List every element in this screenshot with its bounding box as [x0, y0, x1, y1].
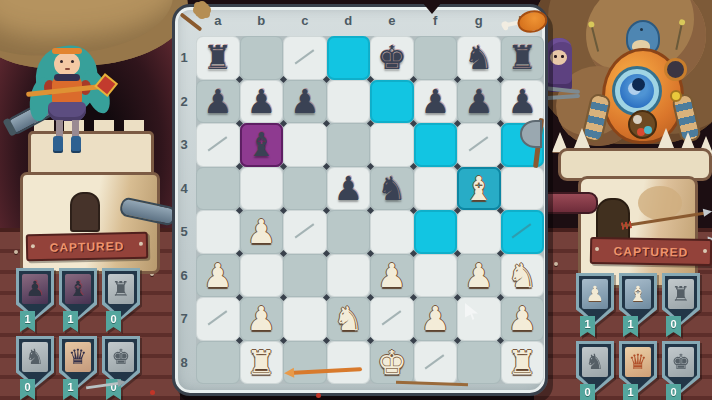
row-labels: 12345678: [175, 36, 193, 384]
square-a6[interactable]: ♟: [196, 254, 240, 298]
square-g5[interactable]: [457, 210, 501, 254]
square-c7[interactable]: [283, 297, 327, 341]
robot-porthole: [664, 58, 687, 81]
debris-dot: [316, 393, 321, 398]
captured-title: CAPTURED: [50, 239, 125, 255]
captured-banner: CAPTURED: [26, 232, 149, 262]
piece-light-knight[interactable]: ♞: [327, 297, 371, 341]
square-a4[interactable]: [196, 167, 240, 211]
square-a1[interactable]: ♜: [196, 36, 240, 80]
square-h7[interactable]: ♟: [501, 297, 545, 341]
square-f5[interactable]: [414, 210, 458, 254]
square-f4[interactable]: [414, 167, 458, 211]
square-f3[interactable]: [414, 123, 458, 167]
square-d2[interactable]: [327, 80, 371, 124]
col-label-e: e: [370, 13, 414, 28]
row-label-2: 2: [175, 80, 193, 124]
square-b1[interactable]: [240, 36, 284, 80]
square-e4[interactable]: ♞: [370, 167, 414, 211]
square-g8[interactable]: [457, 341, 501, 385]
square-c1[interactable]: [283, 36, 327, 80]
square-a3[interactable]: [196, 123, 240, 167]
square-c5[interactable]: [283, 210, 327, 254]
piece-light-pawn[interactable]: ♟: [414, 297, 458, 341]
left-player-queen-character: [22, 26, 126, 142]
square-h8[interactable]: ♜: [501, 341, 545, 385]
piece-dark-pawn[interactable]: ♟: [327, 167, 371, 211]
square-g3[interactable]: [457, 123, 501, 167]
count-badge: 1: [20, 311, 35, 332]
square-g6[interactable]: ♟: [457, 254, 501, 298]
peeking-creature: [546, 38, 572, 92]
axe-icon: [520, 116, 554, 172]
square-h5[interactable]: [501, 210, 545, 254]
col-label-d: d: [327, 13, 371, 28]
tower-window: [596, 198, 630, 242]
bishop-portrait: ♝: [625, 279, 651, 309]
queen-boot: [53, 136, 63, 151]
queen-skirt: [48, 102, 86, 121]
square-e3[interactable]: [370, 123, 414, 167]
square-d8[interactable]: [327, 341, 371, 385]
piece-dark-pawn[interactable]: ♟: [196, 80, 240, 124]
col-label-b: b: [240, 13, 284, 28]
piece-dark-pawn[interactable]: ♟: [240, 80, 284, 124]
square-d6[interactable]: [327, 254, 371, 298]
antenna-icon: [675, 24, 682, 50]
row-label-6: 6: [175, 254, 193, 298]
square-f7[interactable]: ♟: [414, 297, 458, 341]
square-e7[interactable]: [370, 297, 414, 341]
row-label-8: 8: [175, 341, 193, 385]
rook-portrait: ♜: [108, 274, 134, 304]
piece-dark-bishop[interactable]: ♝: [240, 123, 284, 167]
captured-card-king: ♚0: [662, 341, 700, 393]
tower-spike: [574, 128, 590, 148]
queen-portrait: ♛: [625, 347, 651, 377]
captured-card-bishop: ♝1: [619, 273, 657, 325]
square-f8[interactable]: [414, 341, 458, 385]
piece-dark-knight[interactable]: ♞: [370, 167, 414, 211]
square-f6[interactable]: [414, 254, 458, 298]
square-e6[interactable]: ♟: [370, 254, 414, 298]
debris-dot: [150, 390, 155, 395]
tower-patch: [638, 186, 682, 220]
row-label-5: 5: [175, 210, 193, 254]
square-d5[interactable]: [327, 210, 371, 254]
pawn-portrait: ♟: [22, 274, 48, 304]
captured-card-bishop: ♝1: [59, 268, 97, 320]
knight-portrait: ♞: [22, 342, 48, 372]
piece-dark-rook[interactable]: ♜: [196, 36, 240, 80]
column-labels: abcdefgh: [196, 13, 544, 28]
piece-light-pawn[interactable]: ♟: [457, 254, 501, 298]
queen-face: [54, 52, 80, 76]
col-label-c: c: [283, 13, 327, 28]
piece-dark-king[interactable]: ♚: [370, 36, 414, 80]
piece-dark-pawn[interactable]: ♟: [414, 80, 458, 124]
count-badge: 0: [666, 316, 681, 337]
square-d1[interactable]: [327, 36, 371, 80]
col-label-f: f: [414, 13, 458, 28]
square-c2[interactable]: ♟: [283, 80, 327, 124]
captured-panel-right: CAPTURED ♟1♝1♜0♞0♛1♚0: [570, 238, 712, 393]
square-b3[interactable]: ♝: [240, 123, 284, 167]
count-badge: 0: [106, 311, 121, 332]
square-a5[interactable]: [196, 210, 240, 254]
queen-boot: [71, 136, 81, 151]
king-portrait: ♚: [108, 342, 134, 372]
captured-banner: CAPTURED: [590, 237, 712, 266]
captured-card-knight: ♞0: [576, 341, 614, 393]
square-d7[interactable]: ♞: [327, 297, 371, 341]
captured-card-knight: ♞0: [16, 336, 54, 388]
game-scene: abcdefgh 12345678 ♜♚♞♜♟♟♟♟♟♟♝♟♞♝♟♟♟♟♞♟♞♟…: [0, 0, 712, 400]
square-g2[interactable]: ♟: [457, 80, 501, 124]
square-b6[interactable]: [240, 254, 284, 298]
square-b2[interactable]: ♟: [240, 80, 284, 124]
count-badge: 0: [666, 384, 681, 400]
square-h6[interactable]: ♞: [501, 254, 545, 298]
square-e8[interactable]: ♚: [370, 341, 414, 385]
antenna-icon: [591, 26, 599, 52]
count-badge: 1: [580, 316, 595, 337]
queen-portrait: ♛: [65, 342, 91, 372]
captured-cards-right: ♟1♝1♜0♞0♛1♚0: [576, 273, 712, 393]
captured-cards-left: ♟1♝1♜0♞0♛1♚0: [16, 268, 162, 388]
captured-card-pawn: ♟1: [576, 273, 614, 325]
square-c4[interactable]: [283, 167, 327, 211]
square-a2[interactable]: ♟: [196, 80, 240, 124]
count-badge: 1: [63, 311, 78, 332]
count-badge: 1: [623, 316, 638, 337]
piece-light-bishop[interactable]: ♝: [457, 167, 501, 211]
square-h4[interactable]: [501, 167, 545, 211]
square-e1[interactable]: ♚: [370, 36, 414, 80]
robot-light: [670, 90, 682, 102]
board-gridwrap: ♜♚♞♜♟♟♟♟♟♟♝♟♞♝♟♟♟♟♞♟♞♟♟♜♚♜: [196, 36, 544, 384]
square-a7[interactable]: [196, 297, 240, 341]
square-g4[interactable]: ♝: [457, 167, 501, 211]
piece-light-rook[interactable]: ♜: [240, 341, 284, 385]
square-f2[interactable]: ♟: [414, 80, 458, 124]
king-portrait: ♚: [668, 347, 694, 377]
square-c3[interactable]: [283, 123, 327, 167]
captured-title: CAPTURED: [614, 244, 689, 259]
chess-board: abcdefgh 12345678 ♜♚♞♜♟♟♟♟♟♟♝♟♞♝♟♟♟♟♞♟♞♟…: [172, 4, 548, 396]
captured-panel-left: CAPTURED ♟1♝1♜0♞0♛1♚0: [10, 233, 162, 388]
captured-card-rook: ♜0: [102, 268, 140, 320]
piece-dark-pawn[interactable]: ♟: [283, 80, 327, 124]
piece-light-pawn[interactable]: ♟: [196, 254, 240, 298]
square-g7[interactable]: [457, 297, 501, 341]
square-e2[interactable]: [370, 80, 414, 124]
piece-light-rook[interactable]: ♜: [501, 341, 545, 385]
captured-card-queen: ♛1: [619, 341, 657, 393]
tower-window: [70, 192, 100, 232]
piece-light-pawn[interactable]: ♟: [370, 254, 414, 298]
bishop-portrait: ♝: [65, 274, 91, 304]
tower-spike: [658, 128, 674, 148]
captured-card-pawn: ♟1: [16, 268, 54, 320]
row-label-4: 4: [175, 167, 193, 211]
piece-light-pawn[interactable]: ♟: [240, 297, 284, 341]
piece-dark-knight[interactable]: ♞: [457, 36, 501, 80]
square-c6[interactable]: [283, 254, 327, 298]
mace-icon: [176, 2, 222, 42]
square-d3[interactable]: [327, 123, 371, 167]
square-a8[interactable]: [196, 341, 240, 385]
robot-eye: [612, 66, 662, 116]
row-label-7: 7: [175, 297, 193, 341]
captured-card-queen: ♛1: [59, 336, 97, 388]
piece-light-pawn[interactable]: ♟: [240, 210, 284, 254]
piece-dark-pawn[interactable]: ♟: [457, 80, 501, 124]
count-badge: 0: [580, 384, 595, 400]
piece-light-king[interactable]: ♚: [370, 341, 414, 385]
col-label-g: g: [457, 13, 501, 28]
crossbow-bolts: [544, 86, 586, 102]
queen-headband: [52, 48, 82, 54]
captured-card-rook: ♜0: [662, 273, 700, 325]
square-g1[interactable]: ♞: [457, 36, 501, 80]
count-badge: 1: [623, 384, 638, 400]
piece-light-pawn[interactable]: ♟: [501, 297, 545, 341]
square-e5[interactable]: [370, 210, 414, 254]
square-b7[interactable]: ♟: [240, 297, 284, 341]
row-label-3: 3: [175, 123, 193, 167]
square-b8[interactable]: ♜: [240, 341, 284, 385]
rook-portrait: ♜: [668, 279, 694, 309]
square-b4[interactable]: [240, 167, 284, 211]
knight-portrait: ♞: [582, 347, 608, 377]
square-f1[interactable]: [414, 36, 458, 80]
square-d4[interactable]: ♟: [327, 167, 371, 211]
piece-light-knight[interactable]: ♞: [501, 254, 545, 298]
pawn-portrait: ♟: [582, 279, 608, 309]
row-label-1: 1: [175, 36, 193, 80]
square-b5[interactable]: ♟: [240, 210, 284, 254]
